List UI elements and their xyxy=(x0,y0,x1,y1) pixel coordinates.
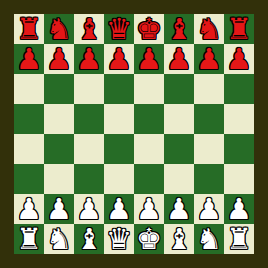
square-h6[interactable] xyxy=(224,74,254,104)
square-a2[interactable]: ♟ xyxy=(14,194,44,224)
red-bishop[interactable]: ♝ xyxy=(76,14,102,44)
square-h4[interactable] xyxy=(224,134,254,164)
square-c2[interactable]: ♟ xyxy=(74,194,104,224)
white-queen[interactable]: ♛ xyxy=(106,224,132,254)
square-h7[interactable]: ♟ xyxy=(224,44,254,74)
red-rook[interactable]: ♜ xyxy=(226,14,252,44)
square-h2[interactable]: ♟ xyxy=(224,194,254,224)
red-pawn[interactable]: ♟ xyxy=(76,44,102,74)
square-f4[interactable] xyxy=(164,134,194,164)
square-g3[interactable] xyxy=(194,164,224,194)
square-e8[interactable]: ♚ xyxy=(134,14,164,44)
chess-board: ♜♞♝♛♚♝♞♜♟♟♟♟♟♟♟♟♟♟♟♟♟♟♟♟♜♞♝♛♚♝♞♜ xyxy=(14,14,254,254)
square-g5[interactable] xyxy=(194,104,224,134)
square-h8[interactable]: ♜ xyxy=(224,14,254,44)
white-bishop[interactable]: ♝ xyxy=(166,224,192,254)
red-pawn[interactable]: ♟ xyxy=(46,44,72,74)
red-pawn[interactable]: ♟ xyxy=(166,44,192,74)
square-d4[interactable] xyxy=(104,134,134,164)
square-g8[interactable]: ♞ xyxy=(194,14,224,44)
square-b8[interactable]: ♞ xyxy=(44,14,74,44)
square-f6[interactable] xyxy=(164,74,194,104)
square-a5[interactable] xyxy=(14,104,44,134)
square-h3[interactable] xyxy=(224,164,254,194)
square-a3[interactable] xyxy=(14,164,44,194)
square-f5[interactable] xyxy=(164,104,194,134)
square-g4[interactable] xyxy=(194,134,224,164)
square-c5[interactable] xyxy=(74,104,104,134)
square-d7[interactable]: ♟ xyxy=(104,44,134,74)
square-e7[interactable]: ♟ xyxy=(134,44,164,74)
square-e3[interactable] xyxy=(134,164,164,194)
square-g1[interactable]: ♞ xyxy=(194,224,224,254)
red-pawn[interactable]: ♟ xyxy=(106,44,132,74)
square-f8[interactable]: ♝ xyxy=(164,14,194,44)
square-c6[interactable] xyxy=(74,74,104,104)
square-a6[interactable] xyxy=(14,74,44,104)
square-b5[interactable] xyxy=(44,104,74,134)
square-c7[interactable]: ♟ xyxy=(74,44,104,74)
red-pawn[interactable]: ♟ xyxy=(136,44,162,74)
square-b6[interactable] xyxy=(44,74,74,104)
square-g7[interactable]: ♟ xyxy=(194,44,224,74)
square-d5[interactable] xyxy=(104,104,134,134)
white-rook[interactable]: ♜ xyxy=(16,224,42,254)
square-a8[interactable]: ♜ xyxy=(14,14,44,44)
square-f7[interactable]: ♟ xyxy=(164,44,194,74)
red-bishop[interactable]: ♝ xyxy=(166,14,192,44)
board-frame: ♜♞♝♛♚♝♞♜♟♟♟♟♟♟♟♟♟♟♟♟♟♟♟♟♜♞♝♛♚♝♞♜ xyxy=(0,0,268,268)
square-d3[interactable] xyxy=(104,164,134,194)
square-b3[interactable] xyxy=(44,164,74,194)
red-rook[interactable]: ♜ xyxy=(16,14,42,44)
square-b4[interactable] xyxy=(44,134,74,164)
red-queen[interactable]: ♛ xyxy=(106,14,132,44)
white-king[interactable]: ♚ xyxy=(136,224,162,254)
red-pawn[interactable]: ♟ xyxy=(196,44,222,74)
square-a4[interactable] xyxy=(14,134,44,164)
white-pawn[interactable]: ♟ xyxy=(46,194,72,224)
square-d6[interactable] xyxy=(104,74,134,104)
red-pawn[interactable]: ♟ xyxy=(226,44,252,74)
square-c4[interactable] xyxy=(74,134,104,164)
white-pawn[interactable]: ♟ xyxy=(166,194,192,224)
square-e4[interactable] xyxy=(134,134,164,164)
square-c1[interactable]: ♝ xyxy=(74,224,104,254)
square-e1[interactable]: ♚ xyxy=(134,224,164,254)
square-f3[interactable] xyxy=(164,164,194,194)
square-g2[interactable]: ♟ xyxy=(194,194,224,224)
square-b1[interactable]: ♞ xyxy=(44,224,74,254)
square-d8[interactable]: ♛ xyxy=(104,14,134,44)
red-king[interactable]: ♚ xyxy=(136,14,162,44)
white-rook[interactable]: ♜ xyxy=(226,224,252,254)
square-h5[interactable] xyxy=(224,104,254,134)
square-b7[interactable]: ♟ xyxy=(44,44,74,74)
square-g6[interactable] xyxy=(194,74,224,104)
red-knight[interactable]: ♞ xyxy=(196,14,222,44)
white-pawn[interactable]: ♟ xyxy=(136,194,162,224)
red-pawn[interactable]: ♟ xyxy=(16,44,42,74)
white-knight[interactable]: ♞ xyxy=(196,224,222,254)
white-pawn[interactable]: ♟ xyxy=(226,194,252,224)
square-c3[interactable] xyxy=(74,164,104,194)
square-f2[interactable]: ♟ xyxy=(164,194,194,224)
square-d2[interactable]: ♟ xyxy=(104,194,134,224)
white-pawn[interactable]: ♟ xyxy=(106,194,132,224)
white-bishop[interactable]: ♝ xyxy=(76,224,102,254)
square-d1[interactable]: ♛ xyxy=(104,224,134,254)
square-b2[interactable]: ♟ xyxy=(44,194,74,224)
square-e6[interactable] xyxy=(134,74,164,104)
square-c8[interactable]: ♝ xyxy=(74,14,104,44)
square-h1[interactable]: ♜ xyxy=(224,224,254,254)
white-knight[interactable]: ♞ xyxy=(46,224,72,254)
square-e5[interactable] xyxy=(134,104,164,134)
square-e2[interactable]: ♟ xyxy=(134,194,164,224)
square-f1[interactable]: ♝ xyxy=(164,224,194,254)
white-pawn[interactable]: ♟ xyxy=(196,194,222,224)
square-a1[interactable]: ♜ xyxy=(14,224,44,254)
white-pawn[interactable]: ♟ xyxy=(76,194,102,224)
square-a7[interactable]: ♟ xyxy=(14,44,44,74)
red-knight[interactable]: ♞ xyxy=(46,14,72,44)
white-pawn[interactable]: ♟ xyxy=(16,194,42,224)
